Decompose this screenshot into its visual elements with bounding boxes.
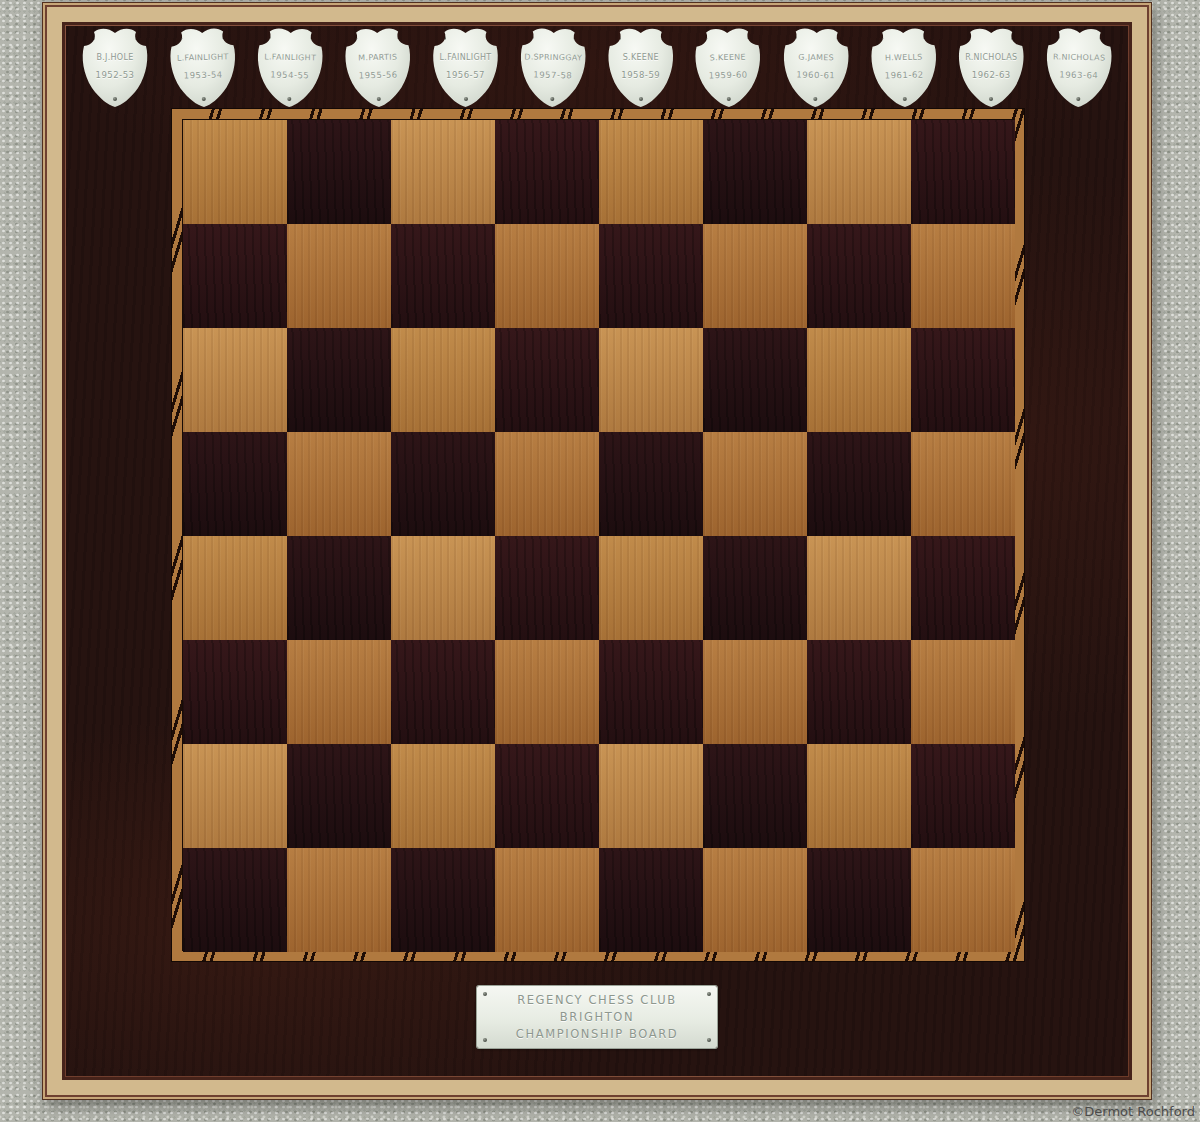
screw-icon: [91, 36, 95, 40]
screw-icon: [464, 97, 468, 101]
screw-icon: [793, 36, 797, 40]
carpet-background: { "game": "chess", "board_title": "Regen…: [0, 0, 1200, 1122]
screw-icon: [902, 97, 906, 101]
square-e8: [599, 120, 703, 224]
screw-icon: [353, 36, 357, 40]
square-g6: [807, 328, 911, 432]
square-b6: [287, 328, 391, 432]
square-f5: [703, 432, 807, 536]
square-h4: [911, 536, 1015, 640]
winner-shield-3: L.FAINLIGHT 1954-55: [252, 26, 328, 108]
square-a7: [183, 224, 287, 328]
square-g3: [807, 640, 911, 744]
square-c2: [391, 744, 495, 848]
square-b2: [287, 744, 391, 848]
screw-icon: [267, 36, 271, 40]
plaque-line-3: CHAMPIONSHIP BOARD: [477, 1027, 717, 1041]
playing-grid: [182, 119, 1014, 951]
shield-season-years: 1955-56: [345, 69, 411, 81]
square-h8: [911, 120, 1015, 224]
screw-icon: [923, 35, 927, 39]
screw-icon: [486, 36, 490, 40]
square-f6: [703, 328, 807, 432]
winner-shield-1: B.J.HOLE 1952-53: [78, 27, 152, 107]
shield-season-years: 1960-61: [783, 69, 849, 80]
square-d3: [495, 640, 599, 744]
square-h5: [911, 432, 1015, 536]
screw-icon: [178, 36, 182, 40]
screw-icon: [661, 36, 665, 40]
shield-winner-name: L.FAINLIGHT: [433, 53, 499, 62]
plaque-line-2: BRIGHTON: [477, 1010, 717, 1024]
square-g5: [807, 432, 911, 536]
shield-season-years: 1953-54: [170, 69, 236, 81]
square-e7: [599, 224, 703, 328]
winner-shield-7: S.KEENE 1958-59: [604, 27, 678, 107]
square-h3: [911, 640, 1015, 744]
rope-inlay-border: [171, 108, 1025, 962]
club-plaque: REGENCY CHESS CLUB BRIGHTON CHAMPIONSHIP…: [477, 986, 717, 1048]
square-b4: [287, 536, 391, 640]
winner-shield-2: L.FAINLIGHT 1953-54: [165, 26, 241, 108]
screw-icon: [442, 36, 446, 40]
shield-season-years: 1962-63: [958, 70, 1024, 80]
screw-icon: [617, 36, 621, 40]
square-b1: [287, 848, 391, 952]
square-h2: [911, 744, 1015, 848]
screw-icon: [1099, 36, 1103, 40]
shield-season-years: 1956-57: [433, 70, 499, 80]
screw-icon: [113, 97, 117, 101]
square-d8: [495, 120, 599, 224]
plaque-line-1: REGENCY CHESS CLUB: [477, 993, 717, 1007]
winner-shield-10: H.WELLS 1961-62: [866, 26, 942, 108]
screw-icon: [837, 36, 841, 40]
square-c1: [391, 848, 495, 952]
winner-shield-6: D.SPRINGGAY 1957-58: [515, 26, 591, 108]
square-c5: [391, 432, 495, 536]
square-h1: [911, 848, 1015, 952]
screw-icon: [813, 97, 817, 101]
screw-icon: [483, 992, 487, 996]
square-f2: [703, 744, 807, 848]
winner-shield-8: S.KEENE 1959-60: [690, 26, 766, 108]
square-a3: [183, 640, 287, 744]
square-f7: [703, 224, 807, 328]
screw-icon: [639, 97, 643, 101]
square-f4: [703, 536, 807, 640]
screw-icon: [707, 1038, 711, 1042]
square-g8: [807, 120, 911, 224]
screw-icon: [288, 97, 292, 101]
screw-icon: [967, 36, 971, 40]
square-d4: [495, 536, 599, 640]
shield-season-years: 1961-62: [871, 69, 937, 81]
shield-winner-name: L.FAINLIGHT: [169, 52, 235, 63]
square-d2: [495, 744, 599, 848]
shield-winner-name: R.NICHOLAS: [1046, 52, 1112, 62]
screw-icon: [222, 35, 226, 39]
screw-icon: [1011, 36, 1015, 40]
shield-winner-name: D.SPRINGGAY: [520, 52, 586, 62]
winner-shield-5: L.FAINLIGHT 1956-57: [429, 27, 503, 107]
square-b8: [287, 120, 391, 224]
board-frame: B.J.HOLE 1952-53 L.FAINLIGHT 1953-54 L.F…: [66, 26, 1128, 1076]
shield-season-years: 1959-60: [695, 69, 761, 81]
screw-icon: [748, 35, 752, 39]
screw-icon: [377, 97, 381, 101]
screw-icon: [574, 36, 578, 40]
chess-board: B.J.HOLE 1952-53 L.FAINLIGHT 1953-54 L.F…: [42, 2, 1152, 1100]
shield-winner-name: G.JAMES: [783, 52, 849, 62]
square-e2: [599, 744, 703, 848]
shield-winner-name: S.KEENE: [695, 52, 761, 63]
square-g7: [807, 224, 911, 328]
screw-icon: [879, 36, 883, 40]
square-c8: [391, 120, 495, 224]
shield-winner-name: L.FAINLIGHT: [257, 52, 323, 62]
square-g4: [807, 536, 911, 640]
square-e4: [599, 536, 703, 640]
winner-shields-row: B.J.HOLE 1952-53 L.FAINLIGHT 1953-54 L.F…: [78, 27, 1116, 107]
shield-winner-name: M.PARTIS: [345, 52, 411, 63]
shield-season-years: 1952-53: [82, 70, 148, 80]
square-c4: [391, 536, 495, 640]
screw-icon: [530, 36, 534, 40]
winner-shield-11: R.NICHOLAS 1962-63: [954, 27, 1028, 107]
square-h6: [911, 328, 1015, 432]
square-a8: [183, 120, 287, 224]
screw-icon: [311, 36, 315, 40]
square-a5: [183, 432, 287, 536]
square-a2: [183, 744, 287, 848]
square-e5: [599, 432, 703, 536]
screw-icon: [135, 36, 139, 40]
screw-icon: [1076, 97, 1080, 101]
photo-credit: ©Dermot Rochford: [1071, 1104, 1195, 1119]
square-d6: [495, 328, 599, 432]
winner-shield-9: G.JAMES 1960-61: [778, 26, 854, 108]
outer-inlay-band: B.J.HOLE 1952-53 L.FAINLIGHT 1953-54 L.F…: [42, 2, 1152, 1100]
screw-icon: [201, 97, 205, 101]
shield-winner-name: H.WELLS: [870, 52, 936, 63]
screw-icon: [989, 97, 993, 101]
square-f3: [703, 640, 807, 744]
square-e3: [599, 640, 703, 744]
square-e1: [599, 848, 703, 952]
square-g1: [807, 848, 911, 952]
square-a4: [183, 536, 287, 640]
screw-icon: [707, 992, 711, 996]
screw-icon: [550, 97, 554, 101]
square-b5: [287, 432, 391, 536]
square-e6: [599, 328, 703, 432]
screw-icon: [1055, 36, 1059, 40]
square-b7: [287, 224, 391, 328]
square-f1: [703, 848, 807, 952]
screw-icon: [397, 35, 401, 39]
square-b3: [287, 640, 391, 744]
square-g2: [807, 744, 911, 848]
screw-icon: [727, 97, 731, 101]
square-f8: [703, 120, 807, 224]
square-c6: [391, 328, 495, 432]
screw-icon: [704, 36, 708, 40]
shield-winner-name: B.J.HOLE: [82, 53, 148, 62]
shield-season-years: 1963-64: [1046, 69, 1112, 80]
square-a1: [183, 848, 287, 952]
square-c3: [391, 640, 495, 744]
square-d5: [495, 432, 599, 536]
shield-season-years: 1957-58: [520, 69, 586, 80]
square-d7: [495, 224, 599, 328]
square-d1: [495, 848, 599, 952]
shield-season-years: 1958-59: [608, 70, 674, 80]
screw-icon: [483, 1038, 487, 1042]
winner-shield-12: R.NICHOLAS 1963-64: [1041, 26, 1117, 108]
square-h7: [911, 224, 1015, 328]
square-c7: [391, 224, 495, 328]
winner-shield-4: M.PARTIS 1955-56: [340, 26, 416, 108]
shield-season-years: 1954-55: [257, 69, 323, 80]
shield-winner-name: R.NICHOLAS: [958, 53, 1024, 62]
shield-winner-name: S.KEENE: [608, 53, 674, 62]
square-a6: [183, 328, 287, 432]
